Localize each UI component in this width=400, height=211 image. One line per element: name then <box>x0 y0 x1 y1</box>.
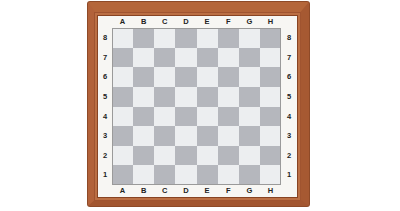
square[interactable] <box>175 67 196 87</box>
file-label: C <box>154 16 175 28</box>
square[interactable] <box>175 107 196 127</box>
product-photo: ABCDEFGH8877665544332211ABCDEFGH <box>0 0 400 211</box>
square[interactable] <box>112 165 133 185</box>
square[interactable] <box>218 146 239 166</box>
square[interactable] <box>175 126 196 146</box>
square[interactable] <box>133 87 154 107</box>
rank-label: 8 <box>98 28 112 48</box>
file-label: H <box>260 185 281 197</box>
square[interactable] <box>112 146 133 166</box>
file-label: B <box>133 16 154 28</box>
file-label: C <box>154 185 175 197</box>
square[interactable] <box>239 126 260 146</box>
file-label: H <box>260 16 281 28</box>
square[interactable] <box>239 146 260 166</box>
rank-label: 5 <box>281 87 297 107</box>
file-label: D <box>175 185 196 197</box>
square[interactable] <box>197 28 218 48</box>
square[interactable] <box>197 146 218 166</box>
rank-label: 8 <box>281 28 297 48</box>
square[interactable] <box>133 146 154 166</box>
square[interactable] <box>218 165 239 185</box>
square[interactable] <box>133 28 154 48</box>
square[interactable] <box>154 146 175 166</box>
square[interactable] <box>175 146 196 166</box>
square[interactable] <box>133 165 154 185</box>
square[interactable] <box>197 165 218 185</box>
square[interactable] <box>112 48 133 68</box>
board-frame: ABCDEFGH8877665544332211ABCDEFGH <box>88 2 309 206</box>
file-label: F <box>218 16 239 28</box>
file-label: G <box>239 185 260 197</box>
square[interactable] <box>197 126 218 146</box>
square[interactable] <box>133 126 154 146</box>
square[interactable] <box>260 107 281 127</box>
square[interactable] <box>112 28 133 48</box>
square[interactable] <box>260 87 281 107</box>
square[interactable] <box>154 107 175 127</box>
square[interactable] <box>133 107 154 127</box>
file-label: D <box>175 16 196 28</box>
board-corner <box>281 185 297 197</box>
file-label: E <box>197 185 218 197</box>
square[interactable] <box>239 67 260 87</box>
board-corner <box>98 16 112 28</box>
square[interactable] <box>239 87 260 107</box>
square[interactable] <box>218 28 239 48</box>
rank-label: 7 <box>98 48 112 68</box>
rank-label: 5 <box>98 87 112 107</box>
square[interactable] <box>260 48 281 68</box>
square[interactable] <box>154 28 175 48</box>
square[interactable] <box>218 87 239 107</box>
square[interactable] <box>218 48 239 68</box>
rank-label: 1 <box>98 165 112 185</box>
file-label: A <box>112 16 133 28</box>
square[interactable] <box>175 165 196 185</box>
square[interactable] <box>154 67 175 87</box>
square[interactable] <box>175 48 196 68</box>
square[interactable] <box>260 165 281 185</box>
chess-board: ABCDEFGH8877665544332211ABCDEFGH <box>98 16 297 197</box>
square[interactable] <box>197 87 218 107</box>
square[interactable] <box>133 48 154 68</box>
rank-label: 2 <box>98 146 112 166</box>
square[interactable] <box>175 28 196 48</box>
square[interactable] <box>218 107 239 127</box>
rank-label: 7 <box>281 48 297 68</box>
rank-label: 4 <box>281 107 297 127</box>
file-label: G <box>239 16 260 28</box>
square[interactable] <box>218 126 239 146</box>
board-corner <box>98 185 112 197</box>
rank-label: 6 <box>98 67 112 87</box>
rank-label: 2 <box>281 146 297 166</box>
square[interactable] <box>197 67 218 87</box>
rank-label: 3 <box>281 126 297 146</box>
rank-label: 3 <box>98 126 112 146</box>
square[interactable] <box>239 48 260 68</box>
board-margin: ABCDEFGH8877665544332211ABCDEFGH <box>98 16 297 197</box>
board-corner <box>281 16 297 28</box>
square[interactable] <box>154 48 175 68</box>
rank-label: 1 <box>281 165 297 185</box>
file-label: E <box>197 16 218 28</box>
square[interactable] <box>239 107 260 127</box>
square[interactable] <box>154 87 175 107</box>
square[interactable] <box>112 87 133 107</box>
square[interactable] <box>239 165 260 185</box>
square[interactable] <box>133 67 154 87</box>
file-label: B <box>133 185 154 197</box>
square[interactable] <box>260 146 281 166</box>
square[interactable] <box>112 107 133 127</box>
square[interactable] <box>218 67 239 87</box>
file-label: A <box>112 185 133 197</box>
square[interactable] <box>239 28 260 48</box>
square[interactable] <box>112 67 133 87</box>
square[interactable] <box>112 126 133 146</box>
square[interactable] <box>260 67 281 87</box>
file-label: F <box>218 185 239 197</box>
rank-label: 6 <box>281 67 297 87</box>
square[interactable] <box>154 165 175 185</box>
square[interactable] <box>260 28 281 48</box>
square[interactable] <box>197 48 218 68</box>
square[interactable] <box>154 126 175 146</box>
square[interactable] <box>197 107 218 127</box>
rank-label: 4 <box>98 107 112 127</box>
square[interactable] <box>175 87 196 107</box>
square[interactable] <box>260 126 281 146</box>
